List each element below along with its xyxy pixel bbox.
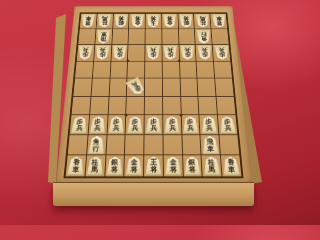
piece-kanji: 兵 (224, 125, 231, 131)
board-cell[interactable]: 王将 (144, 156, 163, 177)
piece-kanji: 兵 (151, 47, 157, 52)
piece-kanji: 歩 (82, 53, 88, 58)
piece-kanji: 車 (101, 31, 107, 36)
board-cell[interactable]: 歩兵 (179, 45, 196, 61)
board-cell[interactable]: 桂馬 (202, 156, 222, 177)
board-cell[interactable]: 歩兵 (163, 115, 181, 134)
shogi-piece-gote[interactable]: 歩兵 (214, 45, 229, 60)
piece-kanji: 銀 (118, 21, 124, 26)
board-cell[interactable]: 銀将 (105, 156, 124, 177)
board-cell[interactable] (162, 29, 178, 44)
board-cell[interactable] (129, 29, 145, 44)
piece-kanji: 馬 (208, 166, 215, 173)
shogi-piece-gote[interactable]: 歩兵 (197, 45, 212, 60)
shogi-piece-gote[interactable]: 玉将 (147, 14, 160, 27)
piece-kanji: 将 (111, 166, 118, 173)
board-cell[interactable]: 歩兵 (94, 45, 111, 61)
shogi-piece-sente[interactable]: 歩兵 (90, 116, 106, 133)
piece-kanji: 兵 (218, 47, 224, 52)
piece-kanji: 車 (72, 166, 79, 173)
piece-kanji: 歩 (99, 53, 105, 58)
shogi-piece-sente[interactable]: 歩兵 (108, 116, 124, 133)
piece-kanji: 兵 (83, 47, 89, 52)
shogi-piece-sente[interactable]: 金将 (126, 157, 142, 176)
piece-kanji: 兵 (169, 125, 176, 131)
piece-kanji: 将 (150, 166, 157, 173)
board-cell[interactable] (212, 29, 229, 44)
board-cell[interactable]: 角行 (87, 135, 106, 155)
shogi-piece-sente[interactable]: 王将 (145, 157, 161, 176)
board-cell[interactable] (75, 61, 93, 78)
board-cell[interactable] (144, 135, 162, 155)
board-cell[interactable]: 歩兵 (162, 45, 178, 61)
board-cell[interactable] (128, 45, 144, 61)
shogi-piece-sente[interactable]: 香車 (223, 157, 240, 176)
shogi-piece-gote[interactable]: 飛車 (96, 30, 110, 44)
board-cell[interactable]: 玉将 (146, 14, 162, 29)
piece-kanji: 歩 (151, 53, 157, 58)
board-cell[interactable] (91, 79, 109, 96)
shogi-piece-sente[interactable]: 歩兵 (127, 116, 142, 133)
piece-kanji: 金 (134, 21, 140, 26)
shogi-piece-sente[interactable]: 歩兵 (219, 116, 236, 133)
star-point (178, 60, 181, 62)
piece-kanji: 兵 (150, 125, 157, 131)
piece-kanji: 将 (118, 16, 124, 21)
shogi-piece-sente[interactable]: 角行 (88, 136, 105, 154)
shogi-piece-gote[interactable]: 桂馬 (195, 14, 209, 27)
board-cell[interactable]: 金将 (129, 14, 145, 29)
shogi-piece-gote[interactable]: 銀将 (114, 14, 128, 27)
board-cell[interactable]: 金将 (125, 156, 144, 177)
board-cell[interactable]: 歩兵 (107, 115, 125, 134)
board-cell[interactable] (126, 97, 144, 115)
board-cell[interactable]: 桂馬 (85, 156, 105, 177)
board-cell[interactable] (146, 29, 162, 44)
board-cell[interactable]: 歩兵 (126, 115, 144, 134)
shogi-piece-sente[interactable]: 飛車 (202, 136, 219, 154)
board-cell[interactable]: 桂馬 (96, 14, 112, 29)
shogi-piece-sente[interactable]: 歩兵 (164, 116, 179, 133)
board-cell[interactable] (217, 97, 236, 115)
shogi-piece-sente[interactable]: 香車 (67, 157, 84, 176)
piece-kanji: 兵 (94, 125, 101, 131)
piece-kanji: 将 (151, 16, 157, 21)
board-cell[interactable] (110, 61, 127, 78)
piece-kanji: 兵 (167, 47, 173, 52)
board-cell[interactable] (180, 61, 197, 78)
shogi-piece-gote[interactable]: 桂馬 (97, 14, 111, 27)
board-cell[interactable]: 香車 (221, 156, 241, 177)
piece-kanji: 行 (93, 145, 100, 152)
piece-kanji: 将 (183, 16, 189, 21)
board-cell[interactable]: 歩兵 (181, 115, 199, 134)
board-cell[interactable] (128, 61, 145, 78)
shogi-piece-sente[interactable]: 金将 (165, 157, 181, 176)
board-cell[interactable] (68, 135, 88, 155)
piece-kanji: 歩 (218, 53, 224, 58)
shogi-piece-sente[interactable]: 歩兵 (71, 116, 88, 133)
piece-kanji: 銀 (183, 21, 189, 26)
shogi-piece-gote[interactable]: 香車 (81, 14, 95, 27)
piece-kanji: 車 (207, 145, 214, 152)
board-cell[interactable] (72, 97, 91, 115)
piece-kanji: 将 (131, 166, 138, 173)
board-cell[interactable]: 歩兵 (111, 45, 128, 61)
board-cell[interactable]: 歩兵 (196, 45, 213, 61)
shogi-piece-sente[interactable]: 銀将 (184, 157, 201, 176)
shogi-piece-gote[interactable]: 歩兵 (95, 45, 110, 60)
board-cell[interactable]: 歩兵 (145, 45, 161, 61)
board-cell[interactable]: 歩兵 (88, 115, 107, 134)
board-cell[interactable] (163, 97, 181, 115)
piece-kanji: 兵 (206, 125, 213, 131)
board-cell[interactable]: 歩兵 (127, 79, 144, 96)
piece-kanji: 兵 (201, 47, 207, 52)
piece-kanji: 兵 (184, 47, 190, 52)
shogi-piece-gote[interactable]: 歩兵 (125, 77, 147, 97)
piece-kanji: 車 (228, 166, 235, 173)
shogi-piece-gote[interactable]: 角行 (196, 30, 210, 44)
board-cell[interactable] (163, 135, 181, 155)
board-cell[interactable] (106, 135, 125, 155)
shogi-piece-gote[interactable]: 歩兵 (180, 45, 194, 60)
board-front-face (53, 182, 254, 206)
piece-kanji: 歩 (168, 53, 174, 58)
board-cell[interactable]: 歩兵 (218, 115, 237, 134)
shogi-piece-sente[interactable]: 桂馬 (87, 157, 104, 176)
board-cell[interactable] (73, 79, 91, 96)
board-cell[interactable] (109, 79, 127, 96)
shogi-piece-gote[interactable]: 金将 (163, 14, 177, 27)
piece-kanji: 兵 (187, 125, 194, 131)
shogi-piece-gote[interactable]: 歩兵 (112, 45, 126, 60)
shogi-piece-sente[interactable]: 歩兵 (146, 116, 161, 133)
board-cell[interactable]: 角行 (195, 29, 212, 44)
board-cell[interactable] (112, 29, 128, 44)
board-cell[interactable]: 歩兵 (213, 45, 230, 61)
shogi-piece-gote[interactable]: 歩兵 (146, 45, 160, 60)
piece-kanji: 行 (200, 31, 206, 36)
board-cell[interactable] (182, 135, 201, 155)
board-cell[interactable]: 香車 (210, 14, 227, 29)
board-cell[interactable] (214, 61, 232, 78)
board-cell[interactable]: 歩兵 (77, 45, 94, 61)
board-cell[interactable]: 金将 (164, 156, 183, 177)
board-cell[interactable] (215, 79, 233, 96)
board-cell[interactable] (181, 97, 199, 115)
piece-kanji: 香 (216, 21, 222, 26)
board-cell[interactable]: 歩兵 (200, 115, 219, 134)
board-cell[interactable] (90, 97, 108, 115)
board-cell[interactable] (163, 79, 180, 96)
piece-kanji: 兵 (132, 125, 139, 131)
board-cell[interactable] (198, 79, 216, 96)
board-cell[interactable] (78, 29, 95, 44)
piece-kanji: 金 (167, 21, 173, 26)
shogi-board: 香車桂馬銀将金将玉将金将銀将桂馬香車飛車角行歩兵歩兵歩兵歩兵歩兵歩兵歩兵歩兵歩兵… (56, 6, 251, 183)
piece-kanji: 将 (170, 166, 177, 173)
board-cell[interactable] (108, 97, 126, 115)
piece-kanji: 兵 (76, 125, 83, 131)
shogi-piece-gote[interactable]: 香車 (212, 14, 226, 27)
piece-kanji: 兵 (100, 47, 106, 52)
piece-kanji: 将 (167, 16, 173, 21)
board-cell[interactable]: 歩兵 (145, 115, 163, 134)
shogi-piece-gote[interactable]: 金将 (130, 14, 144, 27)
board-cell[interactable] (93, 61, 111, 78)
board-cell[interactable] (145, 79, 162, 96)
shogi-piece-sente[interactable]: 歩兵 (201, 116, 217, 133)
piece-kanji: 桂 (200, 21, 206, 26)
board-cell[interactable] (199, 97, 217, 115)
board-cell[interactable] (197, 61, 215, 78)
piece-kanji: 車 (215, 16, 221, 21)
piece-kanji: 兵 (117, 47, 123, 52)
star-point (179, 114, 182, 116)
shogi-piece-sente[interactable]: 銀将 (106, 157, 123, 176)
board-cell[interactable] (180, 79, 198, 96)
board-cell[interactable]: 金将 (162, 14, 178, 29)
board-cell[interactable]: 飛車 (201, 135, 220, 155)
piece-kanji: 玉 (151, 21, 157, 26)
table-cloth: 香車桂馬銀将金将玉将金将銀将桂馬香車飛車角行歩兵歩兵歩兵歩兵歩兵歩兵歩兵歩兵歩兵… (0, 0, 300, 225)
board-cell[interactable] (163, 61, 180, 78)
piece-kanji: 歩 (185, 53, 191, 58)
board-cell[interactable] (179, 29, 195, 44)
piece-kanji: 車 (85, 16, 91, 21)
shogi-piece-sente[interactable]: 桂馬 (203, 157, 220, 176)
board-cell[interactable]: 桂馬 (194, 14, 210, 29)
board-cell[interactable]: 銀将 (178, 14, 194, 29)
piece-kanji: 馬 (199, 16, 205, 21)
shogi-piece-sente[interactable]: 歩兵 (183, 116, 199, 133)
board-cell[interactable]: 歩兵 (70, 115, 89, 134)
board-cell[interactable] (145, 61, 162, 78)
board-cell[interactable] (220, 135, 240, 155)
board-cell[interactable]: 香車 (80, 14, 97, 29)
piece-kanji: 歩 (116, 53, 122, 58)
shogi-piece-gote[interactable]: 銀将 (179, 14, 193, 27)
piece-kanji: 馬 (102, 16, 108, 21)
piece-kanji: 兵 (113, 125, 120, 131)
piece-kanji: 歩 (201, 53, 207, 58)
board-grid: 香車桂馬銀将金将玉将金将銀将桂馬香車飛車角行歩兵歩兵歩兵歩兵歩兵歩兵歩兵歩兵歩兵… (63, 12, 243, 178)
piece-kanji: 桂 (101, 21, 107, 26)
board-cell[interactable]: 銀将 (183, 156, 202, 177)
piece-kanji: 馬 (91, 166, 98, 173)
piece-kanji: 将 (189, 166, 196, 173)
board-cell[interactable]: 銀将 (113, 14, 129, 29)
shogi-piece-gote[interactable]: 歩兵 (78, 45, 93, 60)
board-cell[interactable] (125, 135, 143, 155)
board-cell[interactable]: 飛車 (95, 29, 112, 44)
board-cell[interactable] (145, 97, 162, 115)
piece-kanji: 香 (85, 21, 91, 26)
board-cell[interactable]: 香車 (66, 156, 86, 177)
shogi-piece-gote[interactable]: 歩兵 (163, 45, 177, 60)
piece-kanji: 将 (134, 16, 140, 21)
